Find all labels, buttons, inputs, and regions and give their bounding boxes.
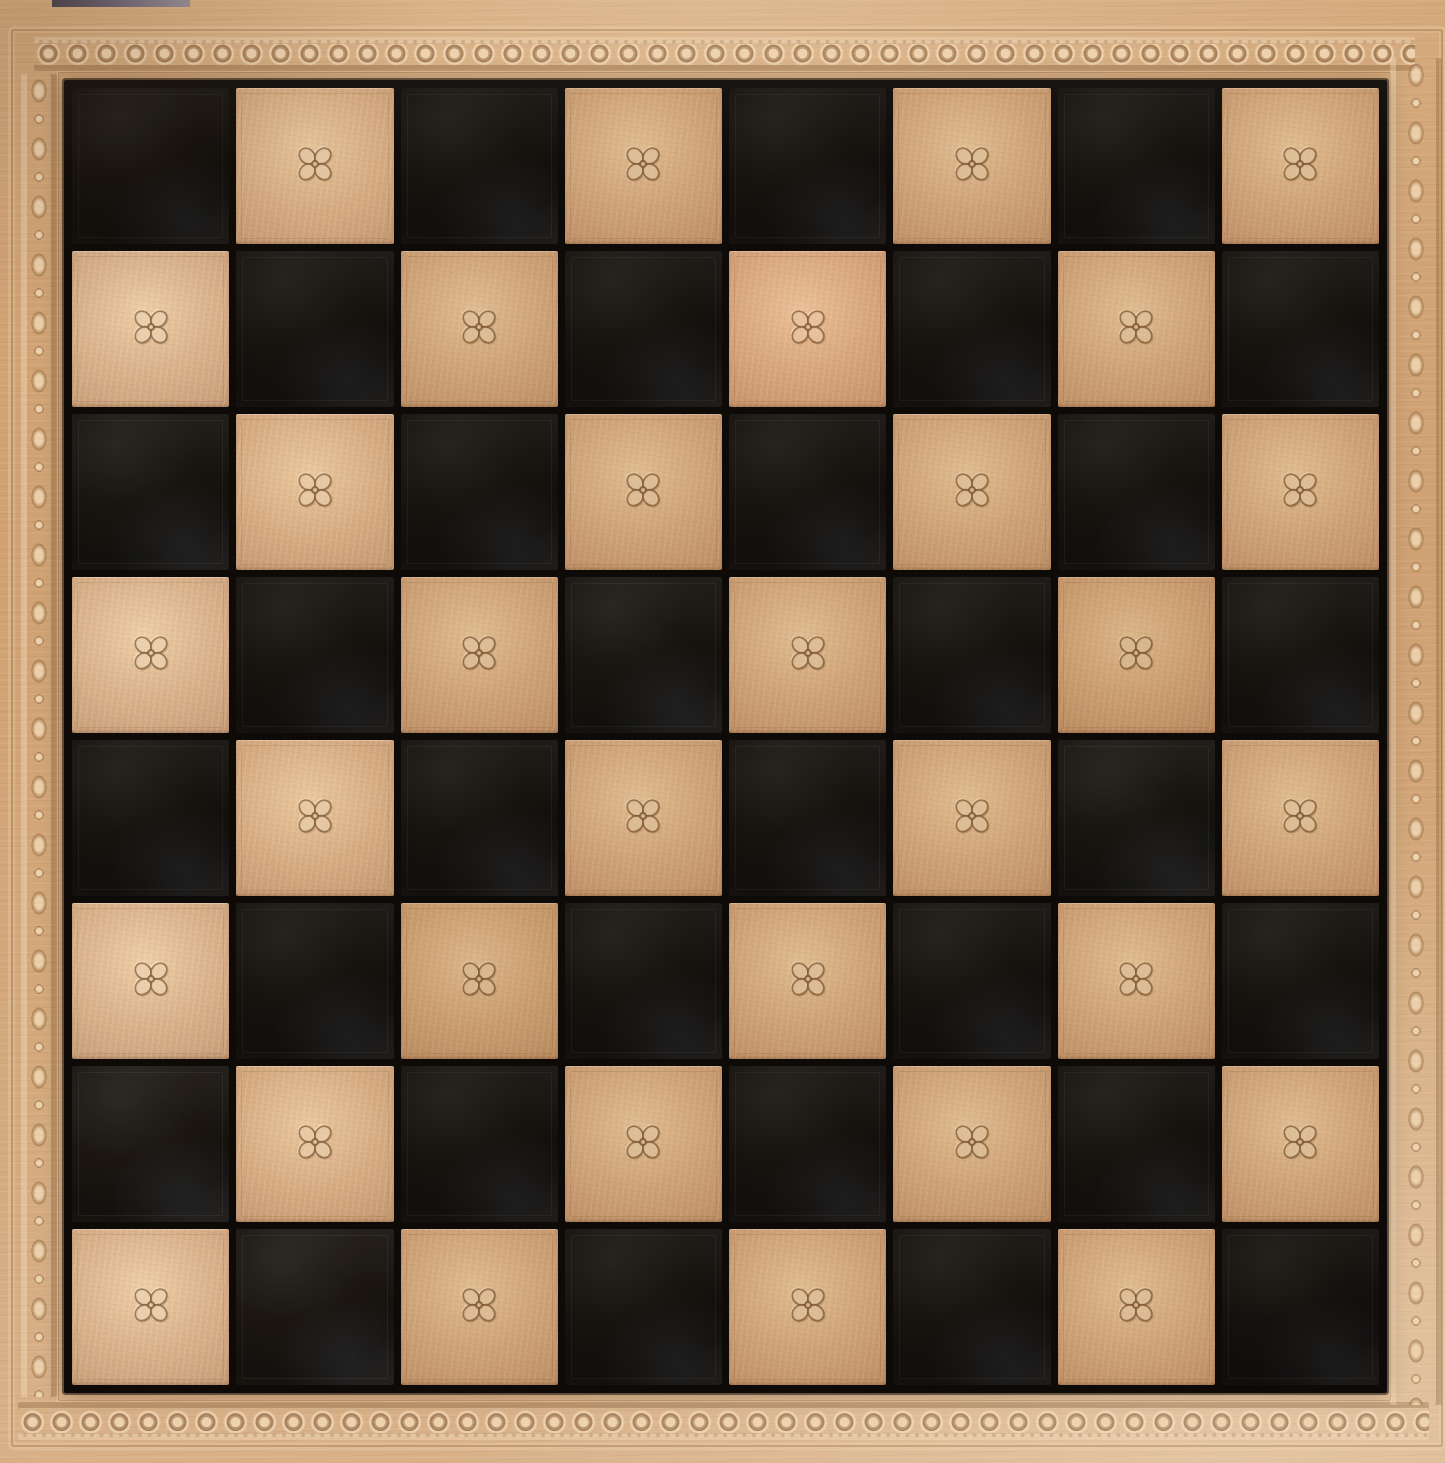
- square-r2c3[interactable]: [401, 251, 558, 407]
- quatrefoil-stamp-icon: [1110, 1279, 1162, 1331]
- quatrefoil-stamp-icon: [946, 790, 998, 842]
- quatrefoil-stamp-icon: [125, 301, 177, 353]
- quatrefoil-stamp-icon: [1274, 138, 1326, 190]
- square-r6c8[interactable]: [1222, 903, 1379, 1059]
- square-r1c4[interactable]: [565, 88, 722, 244]
- square-r8c3[interactable]: [401, 1229, 558, 1385]
- square-r7c2[interactable]: [236, 1066, 393, 1222]
- quatrefoil-stamp-icon: [289, 790, 341, 842]
- square-r3c6[interactable]: [893, 414, 1050, 570]
- square-r6c3[interactable]: [401, 903, 558, 1059]
- quatrefoil-stamp-icon: [453, 627, 505, 679]
- square-r4c5[interactable]: [729, 577, 886, 733]
- square-r5c2[interactable]: [236, 740, 393, 896]
- square-r1c3[interactable]: [401, 88, 558, 244]
- square-r4c7[interactable]: [1058, 577, 1215, 733]
- square-r8c2[interactable]: [236, 1229, 393, 1385]
- square-r1c5[interactable]: [729, 88, 886, 244]
- quatrefoil-stamp-icon: [453, 301, 505, 353]
- emboss-band-left: [24, 74, 54, 1397]
- square-r2c4[interactable]: [565, 251, 722, 407]
- square-r4c2[interactable]: [236, 577, 393, 733]
- square-r3c7[interactable]: [1058, 414, 1215, 570]
- square-r7c7[interactable]: [1058, 1066, 1215, 1222]
- square-r2c2[interactable]: [236, 251, 393, 407]
- quatrefoil-stamp-icon: [1274, 1116, 1326, 1168]
- square-r2c6[interactable]: [893, 251, 1050, 407]
- quatrefoil-stamp-icon: [453, 1279, 505, 1331]
- quatrefoil-stamp-icon: [289, 464, 341, 516]
- quatrefoil-stamp-icon: [782, 953, 834, 1005]
- square-r3c3[interactable]: [401, 414, 558, 570]
- square-r3c5[interactable]: [729, 414, 886, 570]
- square-r3c8[interactable]: [1222, 414, 1379, 570]
- quatrefoil-stamp-icon: [946, 1116, 998, 1168]
- square-r3c2[interactable]: [236, 414, 393, 570]
- square-r5c5[interactable]: [729, 740, 886, 896]
- quatrefoil-stamp-icon: [617, 138, 669, 190]
- quatrefoil-stamp-icon: [617, 464, 669, 516]
- square-r5c8[interactable]: [1222, 740, 1379, 896]
- quatrefoil-stamp-icon: [782, 627, 834, 679]
- square-r7c8[interactable]: [1222, 1066, 1379, 1222]
- square-r6c5[interactable]: [729, 903, 886, 1059]
- square-r8c5[interactable]: [729, 1229, 886, 1385]
- square-r4c6[interactable]: [893, 577, 1050, 733]
- square-r2c1[interactable]: [72, 251, 229, 407]
- quatrefoil-stamp-icon: [1110, 301, 1162, 353]
- square-r2c5[interactable]: [729, 251, 886, 407]
- square-r7c4[interactable]: [565, 1066, 722, 1222]
- quatrefoil-stamp-icon: [125, 953, 177, 1005]
- square-r5c4[interactable]: [565, 740, 722, 896]
- square-r4c1[interactable]: [72, 577, 229, 733]
- square-r2c8[interactable]: [1222, 251, 1379, 407]
- square-r1c7[interactable]: [1058, 88, 1215, 244]
- square-r6c4[interactable]: [565, 903, 722, 1059]
- square-r5c3[interactable]: [401, 740, 558, 896]
- quatrefoil-stamp-icon: [289, 1116, 341, 1168]
- square-r7c3[interactable]: [401, 1066, 558, 1222]
- square-r4c3[interactable]: [401, 577, 558, 733]
- square-r4c4[interactable]: [565, 577, 722, 733]
- square-r1c8[interactable]: [1222, 88, 1379, 244]
- square-r5c1[interactable]: [72, 740, 229, 896]
- quatrefoil-stamp-icon: [782, 301, 834, 353]
- quatrefoil-stamp-icon: [125, 1279, 177, 1331]
- quatrefoil-stamp-icon: [946, 138, 998, 190]
- quatrefoil-stamp-icon: [289, 138, 341, 190]
- quatrefoil-stamp-icon: [1110, 953, 1162, 1005]
- quatrefoil-stamp-icon: [782, 1279, 834, 1331]
- square-r6c1[interactable]: [72, 903, 229, 1059]
- emboss-band-top: [34, 40, 1415, 68]
- square-r8c6[interactable]: [893, 1229, 1050, 1385]
- square-r3c4[interactable]: [565, 414, 722, 570]
- square-r6c2[interactable]: [236, 903, 393, 1059]
- square-r6c6[interactable]: [893, 903, 1050, 1059]
- quatrefoil-stamp-icon: [1110, 627, 1162, 679]
- background-gap-top: [52, 0, 190, 7]
- leather-chessboard-photo: [0, 0, 1445, 1463]
- square-r8c1[interactable]: [72, 1229, 229, 1385]
- square-r1c1[interactable]: [72, 88, 229, 244]
- square-r3c1[interactable]: [72, 414, 229, 570]
- quatrefoil-stamp-icon: [946, 464, 998, 516]
- quatrefoil-stamp-icon: [617, 790, 669, 842]
- square-r7c6[interactable]: [893, 1066, 1050, 1222]
- square-r7c5[interactable]: [729, 1066, 886, 1222]
- square-r8c8[interactable]: [1222, 1229, 1379, 1385]
- square-r5c6[interactable]: [893, 740, 1050, 896]
- emboss-band-bottom: [18, 1405, 1429, 1437]
- quatrefoil-stamp-icon: [125, 627, 177, 679]
- square-r1c6[interactable]: [893, 88, 1050, 244]
- square-r1c2[interactable]: [236, 88, 393, 244]
- quatrefoil-stamp-icon: [1274, 464, 1326, 516]
- square-r6c7[interactable]: [1058, 903, 1215, 1059]
- square-r7c1[interactable]: [72, 1066, 229, 1222]
- square-r8c4[interactable]: [565, 1229, 722, 1385]
- square-r8c7[interactable]: [1058, 1229, 1215, 1385]
- quatrefoil-stamp-icon: [617, 1116, 669, 1168]
- square-r2c7[interactable]: [1058, 251, 1215, 407]
- square-r5c7[interactable]: [1058, 740, 1215, 896]
- emboss-band-right: [1393, 58, 1439, 1405]
- quatrefoil-stamp-icon: [1274, 790, 1326, 842]
- square-r4c8[interactable]: [1222, 577, 1379, 733]
- chessboard: [64, 80, 1387, 1393]
- quatrefoil-stamp-icon: [453, 953, 505, 1005]
